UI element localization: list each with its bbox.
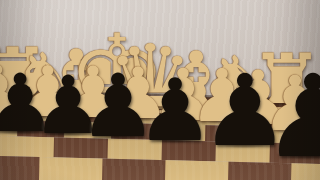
piece-black-pawn: ♟: [311, 61, 320, 180]
chess-photo-scene: ♜♞♝♚♛♝♞♜♟♟♟♟♟♟♟♟♟♟♟♟♟♟♟♟: [0, 0, 320, 180]
pieces-layer: ♜♞♝♚♛♝♞♜♟♟♟♟♟♟♟♟♟♟♟♟♟♟♟♟: [0, 0, 320, 180]
